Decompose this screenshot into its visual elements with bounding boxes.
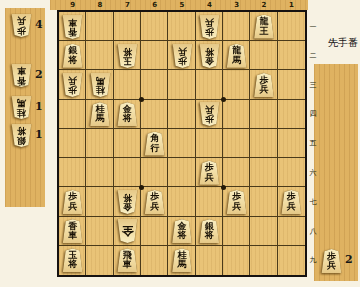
cell-1-5[interactable] — [278, 129, 305, 158]
cell-3-6[interactable] — [223, 158, 250, 187]
shogi-app-window: 歩兵4香車2桂馬1銀将1 歩兵2 先手番 香車歩兵龍王銀将玉将歩兵金将龍馬歩兵桂… — [0, 0, 360, 287]
cell-8-1[interactable] — [86, 12, 113, 41]
piece-kanji: 歩 — [68, 85, 77, 95]
cell-2-5[interactable] — [250, 129, 277, 158]
piece-kanji: 将 — [123, 192, 132, 202]
file-label-3: 3 — [223, 1, 250, 10]
gote-hand-tray: 歩兵4香車2桂馬1銀将1 — [5, 8, 45, 207]
gote-knight-piece[interactable]: 桂馬 — [11, 96, 32, 119]
piece-kanji: 将 — [123, 46, 132, 56]
cell-3-8[interactable] — [223, 217, 250, 246]
piece-kanji: 兵 — [17, 16, 26, 26]
hoshi-dot — [221, 185, 226, 190]
cell-8-6[interactable] — [86, 158, 113, 187]
cell-3-5[interactable] — [223, 129, 250, 158]
cell-7-1[interactable] — [114, 12, 141, 41]
piece-kanji: 馬 — [96, 114, 105, 124]
cell-5-7[interactable] — [168, 187, 195, 216]
piece-kanji: 玉 — [123, 56, 132, 66]
cell-5-5[interactable] — [168, 129, 195, 158]
cell-2-2[interactable] — [250, 41, 277, 70]
sente-pawn-piece[interactable]: 歩兵 — [321, 249, 342, 273]
cell-1-9[interactable] — [278, 246, 305, 275]
rank-label-7: 七 — [307, 187, 319, 216]
turn-indicator: 先手番 — [328, 36, 358, 50]
piece-kanji: 将 — [17, 126, 26, 136]
rank-label-6: 六 — [307, 158, 319, 187]
piece-kanji: 桂 — [17, 108, 26, 118]
piece-kanji: 桂 — [96, 85, 105, 95]
hoshi-dot — [139, 97, 144, 102]
cell-8-7[interactable] — [86, 187, 113, 216]
cell-2-6[interactable] — [250, 158, 277, 187]
cell-6-9[interactable] — [141, 246, 168, 275]
cell-4-7[interactable] — [196, 187, 223, 216]
file-label-7: 7 — [114, 1, 141, 10]
piece-kanji: 金 — [123, 202, 132, 212]
cell-5-1[interactable] — [168, 12, 195, 41]
cell-4-3[interactable] — [196, 70, 223, 99]
gote-hand-silver-count: 1 — [35, 128, 43, 141]
piece-kanji: 馬 — [17, 98, 26, 108]
file-label-6: 6 — [141, 1, 168, 10]
cell-1-3[interactable] — [278, 70, 305, 99]
cell-7-5[interactable] — [114, 129, 141, 158]
file-label-1: 1 — [278, 1, 305, 10]
rank-label-9: 九 — [307, 246, 319, 275]
piece-kanji: 香 — [68, 27, 77, 37]
cell-1-6[interactable] — [278, 158, 305, 187]
piece-kanji: 兵 — [327, 261, 336, 271]
piece-kanji: 歩 — [205, 27, 214, 37]
rank-label-8: 八 — [307, 217, 319, 246]
hoshi-dot — [221, 97, 226, 102]
piece-kanji: 馬 — [232, 56, 241, 66]
sente-hand-pawn-count: 2 — [345, 253, 353, 266]
piece-kanji: 兵 — [68, 202, 77, 212]
piece-kanji: 兵 — [232, 202, 241, 212]
cell-8-2[interactable] — [86, 41, 113, 70]
piece-kanji: 兵 — [205, 173, 214, 183]
rank-label-4: 四 — [307, 100, 319, 129]
cell-9-6[interactable] — [59, 158, 86, 187]
cell-6-6[interactable] — [141, 158, 168, 187]
gote-hand-pawn-count: 4 — [35, 18, 43, 31]
cell-1-8[interactable] — [278, 217, 305, 246]
cell-8-9[interactable] — [86, 246, 113, 275]
cell-7-3[interactable] — [114, 70, 141, 99]
rank-label-3: 三 — [307, 70, 319, 99]
piece-kanji: 兵 — [68, 76, 77, 86]
sente-hand-tray: 歩兵2 — [314, 64, 358, 281]
cell-9-4[interactable] — [59, 100, 86, 129]
cell-3-4[interactable] — [223, 100, 250, 129]
piece-kanji: 歩 — [205, 114, 214, 124]
cell-6-3[interactable] — [141, 70, 168, 99]
cell-1-4[interactable] — [278, 100, 305, 129]
cell-6-4[interactable] — [141, 100, 168, 129]
cell-3-1[interactable] — [223, 12, 250, 41]
piece-kanji: 将 — [68, 260, 77, 270]
gote-lance-piece[interactable]: 香車 — [11, 64, 32, 87]
file-label-9: 9 — [59, 1, 86, 10]
cell-9-5[interactable] — [59, 129, 86, 158]
shogi-board: 香車歩兵龍王銀将玉将歩兵金将龍馬歩兵桂馬歩兵桂馬金将歩兵角行歩兵歩兵金将歩兵歩兵… — [57, 10, 307, 277]
piece-kanji: 将 — [68, 56, 77, 66]
piece-kanji: 全 — [121, 225, 133, 238]
cell-2-4[interactable] — [250, 100, 277, 129]
piece-kanji: 銀 — [17, 136, 26, 146]
piece-kanji: 兵 — [150, 202, 159, 212]
piece-kanji: 兵 — [178, 46, 187, 56]
piece-kanji: 将 — [205, 231, 214, 241]
piece-kanji: 兵 — [260, 85, 269, 95]
piece-kanji: 兵 — [205, 105, 214, 115]
cell-6-1[interactable] — [141, 12, 168, 41]
gote-silver-piece[interactable]: 銀将 — [11, 124, 32, 147]
cell-5-6[interactable] — [168, 158, 195, 187]
rank-label-2: 二 — [307, 41, 319, 70]
piece-kanji: 歩 — [178, 56, 187, 66]
piece-kanji: 王 — [260, 27, 269, 37]
piece-kanji: 馬 — [96, 76, 105, 86]
piece-kanji: 馬 — [178, 260, 187, 270]
cell-5-4[interactable] — [168, 100, 195, 129]
cell-2-8[interactable] — [250, 217, 277, 246]
cell-4-5[interactable] — [196, 129, 223, 158]
piece-kanji: 車 — [68, 17, 77, 27]
file-label-4: 4 — [196, 1, 223, 10]
cell-7-6[interactable] — [114, 158, 141, 187]
rank-label-5: 五 — [307, 129, 319, 158]
cell-2-9[interactable] — [250, 246, 277, 275]
cell-5-3[interactable] — [168, 70, 195, 99]
file-label-2: 2 — [250, 1, 277, 10]
piece-kanji: 将 — [123, 114, 132, 124]
cell-3-3[interactable] — [223, 70, 250, 99]
gote-pawn-piece[interactable]: 歩兵 — [11, 14, 32, 37]
cell-3-9[interactable] — [223, 246, 250, 275]
cell-2-7[interactable] — [250, 187, 277, 216]
piece-kanji: 兵 — [205, 17, 214, 27]
cell-8-5[interactable] — [86, 129, 113, 158]
cell-4-9[interactable] — [196, 246, 223, 275]
cell-8-8[interactable] — [86, 217, 113, 246]
cell-1-1[interactable] — [278, 12, 305, 41]
piece-kanji: 行 — [150, 144, 159, 154]
gote-hand-knight-count: 1 — [35, 100, 43, 113]
piece-kanji: 将 — [205, 46, 214, 56]
hoshi-dot — [139, 185, 144, 190]
piece-kanji: 車 — [123, 260, 132, 270]
file-label-8: 8 — [86, 1, 113, 10]
piece-kanji: 車 — [17, 66, 26, 76]
piece-kanji: 歩 — [17, 26, 26, 36]
piece-kanji: 香 — [17, 76, 26, 86]
piece-kanji: 兵 — [287, 202, 296, 212]
gote-hand-lance-count: 2 — [35, 68, 43, 81]
cell-1-2[interactable] — [278, 41, 305, 70]
piece-kanji: 将 — [178, 231, 187, 241]
cell-6-2[interactable] — [141, 41, 168, 70]
piece-kanji: 金 — [205, 56, 214, 66]
piece-kanji: 車 — [68, 231, 77, 241]
cell-6-8[interactable] — [141, 217, 168, 246]
file-label-5: 5 — [168, 1, 195, 10]
rank-label-1: 一 — [307, 12, 319, 41]
